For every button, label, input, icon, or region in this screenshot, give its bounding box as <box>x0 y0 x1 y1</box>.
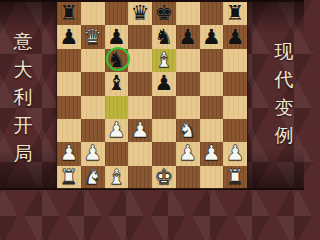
square-d8[interactable]: ♛ <box>128 2 152 25</box>
white-pawn-piece[interactable]: ♟ <box>226 143 245 164</box>
square-g6[interactable] <box>200 49 224 72</box>
square-h1[interactable]: ♜ <box>223 166 247 189</box>
square-h8[interactable]: ♜ <box>223 2 247 25</box>
square-c4[interactable] <box>105 96 129 119</box>
black-pawn-piece[interactable]: ♟ <box>178 27 197 48</box>
white-knight-piece[interactable]: ♞ <box>83 167 102 188</box>
left-caption-char-3: 开 <box>14 116 33 135</box>
square-c2[interactable] <box>105 142 129 165</box>
square-f5[interactable] <box>176 72 200 95</box>
square-a4[interactable] <box>57 96 81 119</box>
square-a1[interactable]: ♜ <box>57 166 81 189</box>
square-e8[interactable]: ♚ <box>152 2 176 25</box>
top-edge-bar <box>0 0 304 2</box>
square-b7[interactable]: ♛ <box>81 25 105 48</box>
square-b6[interactable] <box>81 49 105 72</box>
white-pawn-piece[interactable]: ♟ <box>107 120 126 141</box>
square-d6[interactable] <box>128 49 152 72</box>
square-b3[interactable] <box>81 119 105 142</box>
right-caption-modern-variation: 现代变例 <box>275 42 294 145</box>
black-pawn-piece[interactable]: ♟ <box>226 27 245 48</box>
black-rook-piece[interactable]: ♜ <box>226 3 245 24</box>
square-a2[interactable]: ♟ <box>57 142 81 165</box>
white-king-piece[interactable]: ♚ <box>154 167 173 188</box>
square-b2[interactable]: ♟ <box>81 142 105 165</box>
left-caption-char-1: 大 <box>14 60 33 79</box>
black-bishop-piece[interactable]: ♝ <box>107 73 126 94</box>
square-g4[interactable] <box>200 96 224 119</box>
square-c6[interactable]: ♞ <box>105 49 129 72</box>
square-a8[interactable]: ♜ <box>57 2 81 25</box>
square-g8[interactable] <box>200 2 224 25</box>
square-f2[interactable]: ♟ <box>176 142 200 165</box>
square-h2[interactable]: ♟ <box>223 142 247 165</box>
right-caption-char-3: 例 <box>275 126 294 145</box>
black-king-piece[interactable]: ♚ <box>154 3 173 24</box>
square-g3[interactable] <box>200 119 224 142</box>
square-e6[interactable]: ♝ <box>152 49 176 72</box>
square-c8[interactable] <box>105 2 129 25</box>
square-e4[interactable] <box>152 96 176 119</box>
white-pawn-piece[interactable]: ♟ <box>83 143 102 164</box>
square-c3[interactable]: ♟ <box>105 119 129 142</box>
square-h6[interactable] <box>223 49 247 72</box>
square-g7[interactable]: ♟ <box>200 25 224 48</box>
right-caption-char-1: 代 <box>275 70 294 89</box>
square-b8[interactable] <box>81 2 105 25</box>
white-rook-piece[interactable]: ♜ <box>59 167 78 188</box>
black-knight-piece[interactable]: ♞ <box>154 27 173 48</box>
white-bishop-piece[interactable]: ♝ <box>154 50 173 71</box>
square-g1[interactable] <box>200 166 224 189</box>
white-pawn-piece[interactable]: ♟ <box>178 143 197 164</box>
square-h5[interactable] <box>223 72 247 95</box>
black-pawn-piece[interactable]: ♟ <box>154 73 173 94</box>
square-h7[interactable]: ♟ <box>223 25 247 48</box>
white-knight-piece[interactable]: ♞ <box>178 120 197 141</box>
square-a7[interactable]: ♟ <box>57 25 81 48</box>
right-caption-char-2: 变 <box>275 98 294 117</box>
square-c1[interactable]: ♝ <box>105 166 129 189</box>
white-pawn-piece[interactable]: ♟ <box>202 143 221 164</box>
chess-board: ♜♛♚♜♟♛♟♞♟♟♟♞♝♝♟♟♟♞♟♟♟♟♟♜♞♝♚♜ <box>57 2 247 189</box>
square-f6[interactable] <box>176 49 200 72</box>
square-c7[interactable]: ♟ <box>105 25 129 48</box>
square-a3[interactable] <box>57 119 81 142</box>
square-d4[interactable] <box>128 96 152 119</box>
square-g2[interactable]: ♟ <box>200 142 224 165</box>
white-pawn-piece[interactable]: ♟ <box>59 143 78 164</box>
left-caption-char-0: 意 <box>14 32 33 51</box>
white-pawn-piece[interactable]: ♟ <box>131 120 150 141</box>
black-knight-piece[interactable]: ♞ <box>107 50 126 71</box>
square-a6[interactable] <box>57 49 81 72</box>
square-e2[interactable] <box>152 142 176 165</box>
right-caption-char-0: 现 <box>275 42 294 61</box>
black-pawn-piece[interactable]: ♟ <box>202 27 221 48</box>
left-caption-char-4: 局 <box>14 144 33 163</box>
square-h3[interactable] <box>223 119 247 142</box>
bottom-edge-bar <box>0 188 304 190</box>
square-b4[interactable] <box>81 96 105 119</box>
square-a5[interactable] <box>57 72 81 95</box>
square-f8[interactable] <box>176 2 200 25</box>
square-g5[interactable] <box>200 72 224 95</box>
square-f4[interactable] <box>176 96 200 119</box>
square-d3[interactable]: ♟ <box>128 119 152 142</box>
square-e3[interactable] <box>152 119 176 142</box>
white-queen-piece[interactable]: ♛ <box>83 27 102 48</box>
square-d5[interactable] <box>128 72 152 95</box>
square-d1[interactable] <box>128 166 152 189</box>
black-pawn-piece[interactable]: ♟ <box>59 27 78 48</box>
square-c5[interactable]: ♝ <box>105 72 129 95</box>
square-d7[interactable] <box>128 25 152 48</box>
square-b5[interactable] <box>81 72 105 95</box>
white-rook-piece[interactable]: ♜ <box>226 167 245 188</box>
square-f1[interactable] <box>176 166 200 189</box>
black-pawn-piece[interactable]: ♟ <box>107 27 126 48</box>
square-e7[interactable]: ♞ <box>152 25 176 48</box>
black-rook-piece[interactable]: ♜ <box>59 3 78 24</box>
square-h4[interactable] <box>223 96 247 119</box>
square-b1[interactable]: ♞ <box>81 166 105 189</box>
square-f3[interactable]: ♞ <box>176 119 200 142</box>
square-e1[interactable]: ♚ <box>152 166 176 189</box>
square-e5[interactable]: ♟ <box>152 72 176 95</box>
left-caption-italian-opening: 意大利开局 <box>14 32 33 163</box>
square-f7[interactable]: ♟ <box>176 25 200 48</box>
square-d2[interactable] <box>128 142 152 165</box>
white-bishop-piece[interactable]: ♝ <box>107 167 126 188</box>
black-queen-piece[interactable]: ♛ <box>131 3 150 24</box>
left-caption-char-2: 利 <box>14 88 33 107</box>
